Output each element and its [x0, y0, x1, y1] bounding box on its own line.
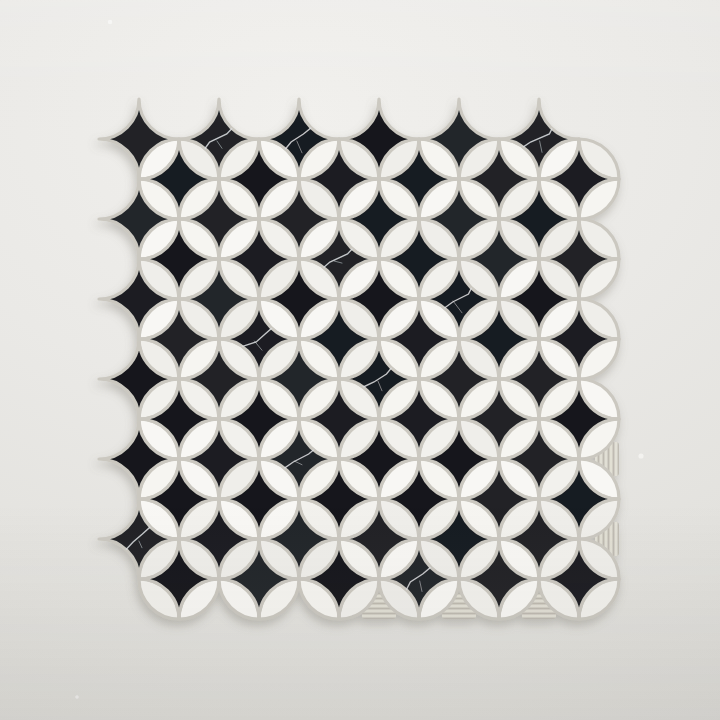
- dust-speck: [638, 453, 643, 458]
- mosaic-tile-sheet: [99, 99, 619, 619]
- mosaic-product-photo: [0, 0, 720, 720]
- mosaic-sheet-canvas: [0, 0, 720, 720]
- dust-speck: [75, 695, 79, 699]
- dust-speck: [108, 20, 112, 24]
